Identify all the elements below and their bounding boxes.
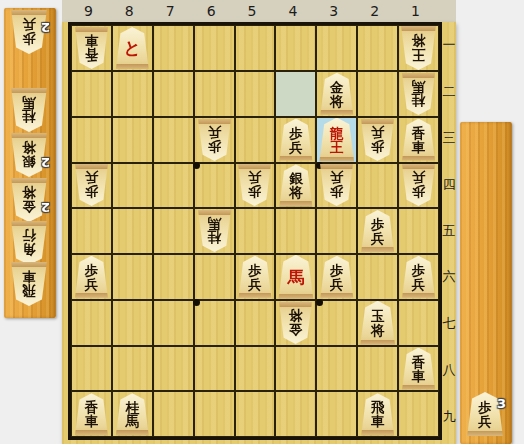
piece-kanji: 香 — [412, 126, 426, 140]
square-37[interactable] — [316, 300, 357, 346]
square-57[interactable] — [235, 300, 276, 346]
shogi-app: 987654321 香車と王将金将桂馬歩兵歩兵龍王歩兵香車歩兵歩兵銀将歩兵歩兵桂… — [0, 0, 524, 444]
rank-label-5: 五 — [442, 208, 456, 254]
square-42[interactable] — [275, 71, 316, 117]
rank-label-7: 七 — [442, 301, 456, 347]
piece-kanji: 兵 — [412, 277, 426, 291]
piece-kanji: 歩 — [412, 263, 426, 277]
piece-kanji: 王 — [412, 48, 426, 62]
square-33[interactable]: 龍王 — [316, 117, 357, 163]
piece-kanji: 金 — [22, 200, 36, 214]
square-91[interactable]: 香車 — [71, 25, 112, 71]
piece-kanji: 兵 — [371, 231, 385, 245]
piece-kanji: 桂 — [207, 231, 221, 245]
square-92[interactable] — [71, 71, 112, 117]
board-panel: 香車と王将金将桂馬歩兵歩兵龍王歩兵香車歩兵歩兵銀将歩兵歩兵桂馬歩兵歩兵歩兵馬歩兵… — [62, 22, 456, 444]
piece-sente-horse[interactable]: 馬 — [277, 255, 314, 299]
square-23[interactable]: 歩兵 — [357, 117, 398, 163]
square-65[interactable]: 桂馬 — [194, 208, 235, 254]
square-27[interactable]: 玉将 — [357, 300, 398, 346]
piece-kanji: 玉 — [371, 309, 385, 323]
piece-kanji: 行 — [22, 229, 36, 243]
piece-kanji: 飛 — [371, 400, 385, 414]
piece-kanji: 兵 — [371, 126, 385, 140]
piece-gote-rook[interactable]: 飛車 — [10, 262, 48, 306]
file-label-6: 6 — [191, 0, 232, 22]
square-32[interactable]: 金将 — [316, 71, 357, 117]
square-75[interactable] — [153, 208, 194, 254]
piece-kanji: 兵 — [85, 277, 99, 291]
square-85[interactable] — [112, 208, 153, 254]
piece-kanji: 歩 — [371, 217, 385, 231]
file-label-4: 4 — [272, 0, 313, 22]
piece-kanji: 銀 — [289, 171, 303, 185]
file-label-8: 8 — [109, 0, 150, 22]
piece-kanji: 馬 — [287, 268, 304, 286]
square-97[interactable] — [71, 300, 112, 346]
square-74[interactable] — [153, 163, 194, 209]
piece-kanji: 歩 — [248, 185, 262, 199]
piece-kanji: 龍 — [330, 126, 344, 140]
piece-gote-knight[interactable]: 桂馬 — [197, 210, 232, 252]
square-24[interactable] — [357, 163, 398, 209]
square-67[interactable] — [194, 300, 235, 346]
piece-kanji: 角 — [22, 243, 36, 257]
captured-count: 2 — [41, 155, 50, 170]
square-93[interactable] — [71, 117, 112, 163]
piece-kanji: 香 — [412, 355, 426, 369]
piece-kanji: 兵 — [478, 414, 492, 428]
square-71[interactable] — [153, 25, 194, 71]
square-77[interactable] — [153, 300, 194, 346]
piece-kanji: 金 — [289, 323, 303, 337]
rank-label-4: 四 — [442, 161, 456, 207]
piece-kanji: 車 — [371, 414, 385, 428]
square-82[interactable] — [112, 71, 153, 117]
piece-kanji: 兵 — [248, 277, 262, 291]
piece-kanji: 歩 — [412, 185, 426, 199]
piece-kanji: 歩 — [289, 126, 303, 140]
square-76[interactable] — [153, 254, 194, 300]
piece-kanji: 将 — [289, 309, 303, 323]
square-78[interactable] — [153, 346, 194, 392]
board-grid: 香車と王将金将桂馬歩兵歩兵龍王歩兵香車歩兵歩兵銀将歩兵歩兵桂馬歩兵歩兵歩兵馬歩兵… — [68, 22, 442, 440]
file-labels: 987654321 — [68, 0, 436, 22]
piece-kanji: 歩 — [371, 140, 385, 154]
square-26[interactable] — [357, 254, 398, 300]
piece-kanji: 将 — [371, 323, 385, 337]
piece-kanji: 歩 — [330, 263, 344, 277]
piece-sente-king[interactable]: 玉将 — [359, 301, 396, 345]
piece-gote-lance[interactable]: 香車 — [74, 27, 109, 69]
square-84[interactable] — [112, 163, 153, 209]
piece-kanji: 車 — [412, 369, 426, 383]
square-39[interactable] — [316, 391, 357, 437]
piece-kanji: 将 — [330, 94, 344, 108]
square-68[interactable] — [194, 346, 235, 392]
square-79[interactable] — [153, 391, 194, 437]
piece-sente-lance[interactable]: 香車 — [401, 348, 436, 390]
square-56[interactable]: 歩兵 — [235, 254, 276, 300]
square-35[interactable] — [316, 208, 357, 254]
square-21[interactable] — [357, 25, 398, 71]
square-18[interactable]: 香車 — [398, 346, 439, 392]
piece-gote-pawn[interactable]: 歩兵 — [237, 164, 272, 206]
piece-kanji: 歩 — [478, 400, 492, 414]
piece-kanji: 兵 — [330, 277, 344, 291]
piece-gote-pawn[interactable]: 歩兵 — [319, 164, 354, 206]
square-87[interactable] — [112, 300, 153, 346]
piece-kanji: 香 — [85, 400, 99, 414]
piece-kanji: 将 — [22, 141, 36, 155]
piece-gote-gold[interactable]: 金将 — [278, 302, 313, 344]
piece-kanji: 兵 — [22, 18, 36, 32]
piece-kanji: 兵 — [248, 171, 262, 185]
square-95[interactable] — [71, 208, 112, 254]
square-43[interactable]: 歩兵 — [275, 117, 316, 163]
captured-count: 2 — [41, 200, 50, 215]
square-46[interactable]: 馬 — [275, 254, 316, 300]
square-51[interactable] — [235, 25, 276, 71]
captured-count: 2 — [41, 20, 50, 35]
file-label-7: 7 — [150, 0, 191, 22]
gote-captured-tray: 歩兵2桂馬銀将2金将2角行飛車 — [4, 8, 56, 318]
square-45[interactable] — [275, 208, 316, 254]
square-29[interactable]: 飛車 — [357, 391, 398, 437]
piece-gote-king[interactable]: 王将 — [400, 26, 437, 70]
piece-kanji: 桂 — [22, 110, 36, 124]
piece-sente-lance[interactable]: 香車 — [74, 393, 109, 435]
piece-kanji: 兵 — [330, 171, 344, 185]
square-81[interactable]: と — [112, 25, 153, 71]
piece-kanji: 歩 — [207, 140, 221, 154]
piece-sente-pawn[interactable]: 歩兵 — [360, 210, 395, 252]
square-94[interactable]: 歩兵 — [71, 163, 112, 209]
square-34[interactable]: 歩兵 — [316, 163, 357, 209]
piece-kanji: 桂 — [126, 400, 140, 414]
square-83[interactable] — [112, 117, 153, 163]
piece-kanji: 歩 — [248, 263, 262, 277]
piece-kanji: 香 — [85, 48, 99, 62]
piece-kanji: 将 — [22, 186, 36, 200]
square-66[interactable] — [194, 254, 235, 300]
piece-kanji: 飛 — [22, 284, 36, 298]
piece-gote-pawn[interactable]: 歩兵 — [360, 119, 395, 161]
square-86[interactable] — [112, 254, 153, 300]
square-48[interactable] — [275, 346, 316, 392]
square-17[interactable] — [398, 300, 439, 346]
square-52[interactable] — [235, 71, 276, 117]
square-62[interactable] — [194, 71, 235, 117]
square-38[interactable] — [316, 346, 357, 392]
square-64[interactable] — [194, 163, 235, 209]
piece-kanji: 馬 — [207, 217, 221, 231]
square-59[interactable] — [235, 391, 276, 437]
square-54[interactable]: 歩兵 — [235, 163, 276, 209]
piece-kanji: 車 — [22, 270, 36, 284]
piece-sente-gold[interactable]: 金将 — [319, 73, 354, 115]
piece-kanji: 歩 — [85, 263, 99, 277]
captured-count: 3 — [497, 396, 506, 411]
piece-kanji: 将 — [289, 185, 303, 199]
rank-labels: 一二三四五六七八九 — [442, 22, 456, 440]
file-label-5: 5 — [232, 0, 273, 22]
square-41[interactable] — [275, 25, 316, 71]
piece-sente-lance[interactable]: 香車 — [401, 119, 436, 161]
rank-label-8: 八 — [442, 347, 456, 393]
rank-label-3: 三 — [442, 115, 456, 161]
square-61[interactable] — [194, 25, 235, 71]
square-63[interactable]: 歩兵 — [194, 117, 235, 163]
square-22[interactable] — [357, 71, 398, 117]
rank-label-2: 二 — [442, 68, 456, 114]
piece-kanji: 車 — [85, 414, 99, 428]
square-73[interactable] — [153, 117, 194, 163]
piece-sente-pawn[interactable]: 歩兵 — [237, 256, 272, 298]
square-47[interactable]: 金将 — [275, 300, 316, 346]
square-13[interactable]: 香車 — [398, 117, 439, 163]
piece-sente-pawn[interactable]: 歩兵 — [319, 256, 354, 298]
square-28[interactable] — [357, 346, 398, 392]
piece-kanji: 兵 — [289, 140, 303, 154]
piece-gote-knight[interactable]: 桂馬 — [10, 88, 48, 132]
file-label-3: 3 — [313, 0, 354, 22]
piece-kanji: 馬 — [22, 96, 36, 110]
piece-kanji: 車 — [412, 140, 426, 154]
piece-sente-pawn[interactable]: 歩兵 — [278, 119, 313, 161]
sente-captured-tray: 歩兵3 — [460, 122, 512, 444]
rank-label-9: 九 — [442, 394, 456, 440]
piece-kanji: 王 — [330, 140, 344, 154]
square-89[interactable]: 桂馬 — [112, 391, 153, 437]
piece-kanji: 金 — [330, 80, 344, 94]
piece-kanji: 歩 — [22, 32, 36, 46]
square-58[interactable] — [235, 346, 276, 392]
square-96[interactable]: 歩兵 — [71, 254, 112, 300]
piece-gote-pawn[interactable]: 歩兵 — [401, 164, 436, 206]
rank-label-1: 一 — [442, 22, 456, 68]
square-53[interactable] — [235, 117, 276, 163]
piece-sente-knight[interactable]: 桂馬 — [115, 393, 150, 435]
square-88[interactable] — [112, 346, 153, 392]
piece-kanji: 桂 — [412, 94, 426, 108]
piece-kanji: 歩 — [85, 185, 99, 199]
piece-kanji: 兵 — [412, 171, 426, 185]
square-55[interactable] — [235, 208, 276, 254]
square-31[interactable] — [316, 25, 357, 71]
square-69[interactable] — [194, 391, 235, 437]
piece-gote-bishop[interactable]: 角行 — [10, 221, 48, 265]
piece-kanji: 将 — [412, 34, 426, 48]
square-19[interactable] — [398, 391, 439, 437]
piece-gote-pawn[interactable]: 歩兵 — [197, 119, 232, 161]
square-72[interactable] — [153, 71, 194, 117]
piece-kanji: 歩 — [330, 185, 344, 199]
file-label-1: 1 — [395, 0, 436, 22]
square-49[interactable] — [275, 391, 316, 437]
piece-sente-pawn[interactable]: 歩兵 — [74, 256, 109, 298]
piece-sente-pawn[interactable]: 歩兵 — [401, 256, 436, 298]
square-99[interactable]: 香車 — [71, 391, 112, 437]
piece-kanji: 車 — [85, 34, 99, 48]
square-36[interactable]: 歩兵 — [316, 254, 357, 300]
hoshi-dot — [316, 299, 323, 306]
piece-sente-dragon[interactable]: 龍王 — [318, 118, 355, 162]
piece-kanji: 兵 — [85, 171, 99, 185]
square-14[interactable]: 歩兵 — [398, 163, 439, 209]
piece-kanji: 馬 — [126, 414, 140, 428]
piece-sente-rook[interactable]: 飛車 — [360, 393, 395, 435]
square-25[interactable]: 歩兵 — [357, 208, 398, 254]
piece-kanji: 兵 — [207, 126, 221, 140]
file-label-2: 2 — [354, 0, 395, 22]
piece-gote-knight[interactable]: 桂馬 — [401, 73, 436, 115]
square-16[interactable]: 歩兵 — [398, 254, 439, 300]
file-label-strip: 987654321 — [62, 0, 456, 22]
piece-kanji: と — [124, 39, 141, 57]
piece-sente-tokin[interactable]: と — [115, 27, 150, 69]
square-11[interactable]: 王将 — [398, 25, 439, 71]
piece-kanji: 銀 — [22, 155, 36, 169]
piece-gote-pawn[interactable]: 歩兵 — [74, 164, 109, 206]
piece-kanji: 馬 — [412, 80, 426, 94]
square-98[interactable] — [71, 346, 112, 392]
hoshi-dot — [193, 162, 200, 169]
piece-sente-silver[interactable]: 銀将 — [278, 164, 313, 206]
file-label-9: 9 — [68, 0, 109, 22]
rank-label-6: 六 — [442, 254, 456, 300]
square-44[interactable]: 銀将 — [275, 163, 316, 209]
square-15[interactable] — [398, 208, 439, 254]
square-12[interactable]: 桂馬 — [398, 71, 439, 117]
